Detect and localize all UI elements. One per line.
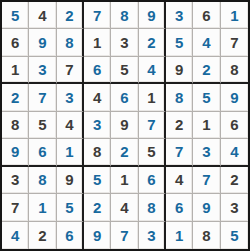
cell-r1c3[interactable]: 2	[57, 2, 84, 29]
cell-r5c7[interactable]: 2	[166, 112, 193, 139]
cell-r7c7[interactable]: 4	[166, 167, 193, 194]
cell-r1c6[interactable]: 9	[139, 2, 166, 29]
cell-r4c3[interactable]: 3	[57, 84, 84, 111]
cell-r3c5[interactable]: 5	[111, 57, 138, 84]
cell-r7c9[interactable]: 2	[221, 167, 248, 194]
cell-r2c3[interactable]: 8	[57, 29, 84, 56]
cell-r5c6[interactable]: 7	[139, 112, 166, 139]
cell-r3c1[interactable]: 1	[2, 57, 29, 84]
cell-r3c8[interactable]: 2	[193, 57, 220, 84]
cell-r1c1[interactable]: 5	[2, 2, 29, 29]
cell-r6c3[interactable]: 1	[57, 139, 84, 166]
cell-r8c8[interactable]: 9	[193, 194, 220, 221]
cell-r9c4[interactable]: 9	[84, 222, 111, 249]
cell-r5c2[interactable]: 5	[29, 112, 56, 139]
cell-r8c3[interactable]: 5	[57, 194, 84, 221]
cell-r4c2[interactable]: 7	[29, 84, 56, 111]
cell-r9c8[interactable]: 8	[193, 222, 220, 249]
cell-r8c4[interactable]: 2	[84, 194, 111, 221]
cell-r8c5[interactable]: 4	[111, 194, 138, 221]
cell-r6c7[interactable]: 7	[166, 139, 193, 166]
cell-r8c6[interactable]: 8	[139, 194, 166, 221]
cell-r1c8[interactable]: 6	[193, 2, 220, 29]
cell-r9c3[interactable]: 6	[57, 222, 84, 249]
cell-r7c5[interactable]: 1	[111, 167, 138, 194]
cell-r4c7[interactable]: 8	[166, 84, 193, 111]
cell-r8c2[interactable]: 1	[29, 194, 56, 221]
cell-r4c9[interactable]: 9	[221, 84, 248, 111]
cell-r6c4[interactable]: 8	[84, 139, 111, 166]
cell-r9c6[interactable]: 3	[139, 222, 166, 249]
cell-r7c1[interactable]: 3	[2, 167, 29, 194]
cell-r1c5[interactable]: 8	[111, 2, 138, 29]
cell-r3c9[interactable]: 8	[221, 57, 248, 84]
cell-r5c3[interactable]: 4	[57, 112, 84, 139]
cell-r2c7[interactable]: 5	[166, 29, 193, 56]
cell-r1c4[interactable]: 7	[84, 2, 111, 29]
cell-r4c6[interactable]: 1	[139, 84, 166, 111]
cell-r2c4[interactable]: 1	[84, 29, 111, 56]
cell-r5c9[interactable]: 6	[221, 112, 248, 139]
cell-r1c2[interactable]: 4	[29, 2, 56, 29]
cell-r4c5[interactable]: 6	[111, 84, 138, 111]
cell-r6c5[interactable]: 2	[111, 139, 138, 166]
cell-r2c2[interactable]: 9	[29, 29, 56, 56]
cell-r5c5[interactable]: 9	[111, 112, 138, 139]
cell-r2c9[interactable]: 7	[221, 29, 248, 56]
cell-r6c2[interactable]: 6	[29, 139, 56, 166]
cell-r2c1[interactable]: 6	[2, 29, 29, 56]
cell-r9c5[interactable]: 7	[111, 222, 138, 249]
cell-r5c1[interactable]: 8	[2, 112, 29, 139]
cell-r7c6[interactable]: 6	[139, 167, 166, 194]
cell-r4c8[interactable]: 5	[193, 84, 220, 111]
cell-r8c1[interactable]: 7	[2, 194, 29, 221]
cell-r7c8[interactable]: 7	[193, 167, 220, 194]
cell-r6c1[interactable]: 9	[2, 139, 29, 166]
cell-r9c7[interactable]: 1	[166, 222, 193, 249]
cell-r6c8[interactable]: 3	[193, 139, 220, 166]
cell-r5c8[interactable]: 1	[193, 112, 220, 139]
cell-r9c9[interactable]: 5	[221, 222, 248, 249]
cell-r4c1[interactable]: 2	[2, 84, 29, 111]
cell-r9c2[interactable]: 2	[29, 222, 56, 249]
cell-r1c7[interactable]: 3	[166, 2, 193, 29]
cell-r3c6[interactable]: 4	[139, 57, 166, 84]
cell-r3c3[interactable]: 7	[57, 57, 84, 84]
cell-r8c9[interactable]: 3	[221, 194, 248, 221]
cell-r9c1[interactable]: 4	[2, 222, 29, 249]
cell-r7c2[interactable]: 8	[29, 167, 56, 194]
cell-r4c4[interactable]: 4	[84, 84, 111, 111]
cell-r5c4[interactable]: 3	[84, 112, 111, 139]
cell-r2c6[interactable]: 2	[139, 29, 166, 56]
sudoku-board: 5427893616981325471376549282734618598543…	[0, 0, 250, 251]
cell-r8c7[interactable]: 6	[166, 194, 193, 221]
cell-r3c4[interactable]: 6	[84, 57, 111, 84]
cell-r1c9[interactable]: 1	[221, 2, 248, 29]
cell-r3c7[interactable]: 9	[166, 57, 193, 84]
cell-r7c3[interactable]: 9	[57, 167, 84, 194]
cell-r2c5[interactable]: 3	[111, 29, 138, 56]
cell-r2c8[interactable]: 4	[193, 29, 220, 56]
cell-r6c6[interactable]: 5	[139, 139, 166, 166]
cell-r3c2[interactable]: 3	[29, 57, 56, 84]
cell-r7c4[interactable]: 5	[84, 167, 111, 194]
cell-r6c9[interactable]: 4	[221, 139, 248, 166]
